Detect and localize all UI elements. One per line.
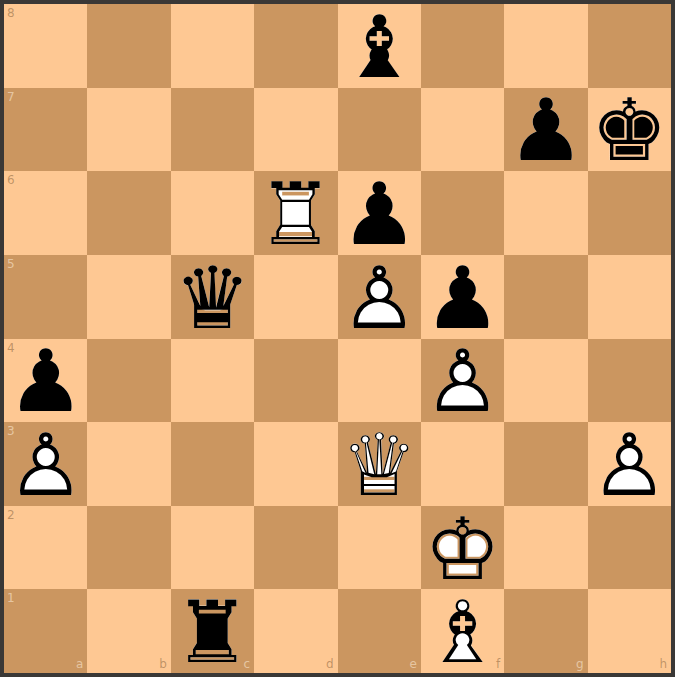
square-g1[interactable]: g <box>504 589 587 673</box>
black-bishop-glyph-outline: ♝ <box>338 5 421 89</box>
square-f2[interactable]: ♚♔ <box>421 506 504 590</box>
square-a1[interactable]: 1a <box>4 589 87 673</box>
rank-label-2: 2 <box>7 509 15 521</box>
square-c6[interactable] <box>171 171 254 255</box>
rank-label-7: 7 <box>7 91 15 103</box>
square-g4[interactable] <box>504 339 587 423</box>
square-f7[interactable] <box>421 88 504 172</box>
black-bishop[interactable]: ♗♝ <box>338 4 421 88</box>
white-rook-glyph-outline: ♖ <box>254 172 337 256</box>
black-pawn-glyph-outline: ♟ <box>504 89 587 173</box>
square-c5[interactable]: ♕♛ <box>171 255 254 339</box>
square-a2[interactable]: 2 <box>4 506 87 590</box>
square-g8[interactable] <box>504 4 587 88</box>
square-c2[interactable] <box>171 506 254 590</box>
white-king-glyph-outline: ♔ <box>421 507 504 591</box>
white-queen[interactable]: ♛♕ <box>338 422 421 506</box>
black-pawn[interactable]: ♙♟ <box>504 88 587 172</box>
white-queen-glyph-outline: ♕ <box>338 423 421 507</box>
white-pawn[interactable]: ♟♙ <box>588 422 671 506</box>
black-king-glyph-outline: ♚ <box>588 89 671 173</box>
white-pawn-glyph-outline: ♙ <box>421 340 504 424</box>
square-c3[interactable] <box>171 422 254 506</box>
rank-label-5: 5 <box>7 258 15 270</box>
white-king[interactable]: ♚♔ <box>421 506 504 590</box>
square-e7[interactable] <box>338 88 421 172</box>
square-a3[interactable]: 3♟♙ <box>4 422 87 506</box>
black-pawn-glyph-outline: ♟ <box>421 256 504 340</box>
square-h6[interactable] <box>588 171 671 255</box>
black-queen[interactable]: ♕♛ <box>171 255 254 339</box>
black-rook-glyph-outline: ♜ <box>171 590 254 674</box>
file-label-d: d <box>326 658 334 670</box>
square-d5[interactable] <box>254 255 337 339</box>
file-label-e: e <box>409 658 416 670</box>
square-e8[interactable]: ♗♝ <box>338 4 421 88</box>
white-pawn-glyph-outline: ♙ <box>588 423 671 507</box>
square-d8[interactable] <box>254 4 337 88</box>
square-c1[interactable]: c♖♜ <box>171 589 254 673</box>
white-pawn[interactable]: ♟♙ <box>4 422 87 506</box>
file-label-b: b <box>159 658 167 670</box>
black-pawn[interactable]: ♙♟ <box>4 339 87 423</box>
square-e4[interactable] <box>338 339 421 423</box>
rank-label-6: 6 <box>7 174 15 186</box>
square-a5[interactable]: 5 <box>4 255 87 339</box>
square-e3[interactable]: ♛♕ <box>338 422 421 506</box>
square-d1[interactable]: d <box>254 589 337 673</box>
square-a4[interactable]: 4♙♟ <box>4 339 87 423</box>
square-e6[interactable]: ♙♟ <box>338 171 421 255</box>
black-rook[interactable]: ♖♜ <box>171 589 254 673</box>
chess-board: 8♗♝7♙♟♔♚6♜♖♙♟5♕♛♟♙♙♟4♙♟♟♙3♟♙♛♕♟♙2♚♔1abc♖… <box>4 4 671 673</box>
square-f6[interactable] <box>421 171 504 255</box>
square-e1[interactable]: e <box>338 589 421 673</box>
square-e2[interactable] <box>338 506 421 590</box>
black-pawn[interactable]: ♙♟ <box>421 255 504 339</box>
white-pawn-glyph-outline: ♙ <box>4 423 87 507</box>
board-frame: 8♗♝7♙♟♔♚6♜♖♙♟5♕♛♟♙♙♟4♙♟♟♙3♟♙♛♕♟♙2♚♔1abc♖… <box>0 0 675 677</box>
square-d6[interactable]: ♜♖ <box>254 171 337 255</box>
white-bishop-glyph-outline: ♗ <box>421 590 504 674</box>
black-queen-glyph-outline: ♛ <box>171 256 254 340</box>
black-pawn-glyph-outline: ♟ <box>338 172 421 256</box>
square-a8[interactable]: 8 <box>4 4 87 88</box>
black-king[interactable]: ♔♚ <box>588 88 671 172</box>
square-b8[interactable] <box>87 4 170 88</box>
square-b2[interactable] <box>87 506 170 590</box>
square-f1[interactable]: f♝♗ <box>421 589 504 673</box>
black-pawn-glyph-outline: ♟ <box>4 340 87 424</box>
white-bishop[interactable]: ♝♗ <box>421 589 504 673</box>
white-pawn[interactable]: ♟♙ <box>421 339 504 423</box>
white-rook[interactable]: ♜♖ <box>254 171 337 255</box>
square-f3[interactable] <box>421 422 504 506</box>
square-b3[interactable] <box>87 422 170 506</box>
square-g3[interactable] <box>504 422 587 506</box>
square-d4[interactable] <box>254 339 337 423</box>
square-f8[interactable] <box>421 4 504 88</box>
square-c7[interactable] <box>171 88 254 172</box>
rank-label-1: 1 <box>7 592 15 604</box>
square-d3[interactable] <box>254 422 337 506</box>
square-e5[interactable]: ♟♙ <box>338 255 421 339</box>
square-a6[interactable]: 6 <box>4 171 87 255</box>
white-pawn-glyph-outline: ♙ <box>338 256 421 340</box>
square-h5[interactable] <box>588 255 671 339</box>
square-g7[interactable]: ♙♟ <box>504 88 587 172</box>
file-label-a: a <box>76 658 83 670</box>
square-c4[interactable] <box>171 339 254 423</box>
rank-label-8: 8 <box>7 7 15 19</box>
square-b5[interactable] <box>87 255 170 339</box>
square-c8[interactable] <box>171 4 254 88</box>
square-h7[interactable]: ♔♚ <box>588 88 671 172</box>
file-label-g: g <box>576 658 584 670</box>
square-a7[interactable]: 7 <box>4 88 87 172</box>
square-h2[interactable] <box>588 506 671 590</box>
square-b1[interactable]: b <box>87 589 170 673</box>
black-pawn[interactable]: ♙♟ <box>338 171 421 255</box>
square-h4[interactable] <box>588 339 671 423</box>
square-g5[interactable] <box>504 255 587 339</box>
square-b7[interactable] <box>87 88 170 172</box>
square-g2[interactable] <box>504 506 587 590</box>
square-d2[interactable] <box>254 506 337 590</box>
file-label-h: h <box>659 658 667 670</box>
square-g6[interactable] <box>504 171 587 255</box>
square-h8[interactable] <box>588 4 671 88</box>
square-f5[interactable]: ♙♟ <box>421 255 504 339</box>
white-pawn[interactable]: ♟♙ <box>338 255 421 339</box>
square-b4[interactable] <box>87 339 170 423</box>
square-h3[interactable]: ♟♙ <box>588 422 671 506</box>
square-f4[interactable]: ♟♙ <box>421 339 504 423</box>
square-h1[interactable]: h <box>588 589 671 673</box>
square-b6[interactable] <box>87 171 170 255</box>
square-d7[interactable] <box>254 88 337 172</box>
